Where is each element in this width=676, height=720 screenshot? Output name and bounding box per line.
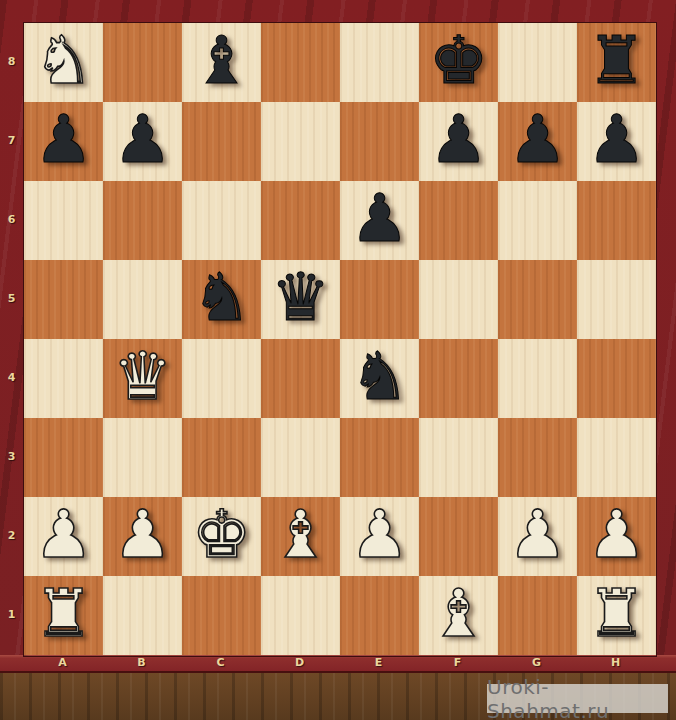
square-f3[interactable]	[419, 418, 498, 497]
square-d8[interactable]	[261, 23, 340, 102]
square-a7[interactable]: ♟	[24, 102, 103, 181]
square-b6[interactable]	[103, 181, 182, 260]
square-g7[interactable]: ♟	[498, 102, 577, 181]
black-pawn[interactable]: ♟	[103, 102, 182, 181]
square-g3[interactable]	[498, 418, 577, 497]
square-f7[interactable]: ♟	[419, 102, 498, 181]
rank-label-8: 8	[0, 22, 23, 101]
square-c8[interactable]: ♝	[182, 23, 261, 102]
square-a3[interactable]	[24, 418, 103, 497]
square-a4[interactable]	[24, 339, 103, 418]
file-label-g: G	[497, 655, 576, 671]
square-f4[interactable]	[419, 339, 498, 418]
black-pawn[interactable]: ♟	[498, 102, 577, 181]
square-d6[interactable]	[261, 181, 340, 260]
square-g2[interactable]: ♟	[498, 497, 577, 576]
rank-label-5: 5	[0, 259, 23, 338]
square-h7[interactable]: ♟	[577, 102, 656, 181]
square-e8[interactable]	[340, 23, 419, 102]
square-c1[interactable]	[182, 576, 261, 655]
black-pawn[interactable]: ♟	[340, 181, 419, 260]
square-d4[interactable]	[261, 339, 340, 418]
square-b4[interactable]: ♛	[103, 339, 182, 418]
square-h8[interactable]: ♜	[577, 23, 656, 102]
square-c3[interactable]	[182, 418, 261, 497]
square-a6[interactable]	[24, 181, 103, 260]
square-h5[interactable]	[577, 260, 656, 339]
file-labels-strip: ABCDEFGH	[0, 655, 676, 673]
square-g8[interactable]	[498, 23, 577, 102]
square-e2[interactable]: ♟	[340, 497, 419, 576]
square-f6[interactable]	[419, 181, 498, 260]
white-pawn[interactable]: ♟	[103, 497, 182, 576]
black-pawn[interactable]: ♟	[577, 102, 656, 181]
file-label-h: H	[576, 655, 655, 671]
white-bishop[interactable]: ♝	[419, 576, 498, 655]
white-pawn[interactable]: ♟	[577, 497, 656, 576]
square-c2[interactable]: ♚	[182, 497, 261, 576]
square-b2[interactable]: ♟	[103, 497, 182, 576]
black-bishop[interactable]: ♝	[182, 23, 261, 102]
square-b3[interactable]	[103, 418, 182, 497]
square-d1[interactable]	[261, 576, 340, 655]
black-king[interactable]: ♚	[419, 23, 498, 102]
square-c7[interactable]	[182, 102, 261, 181]
square-b1[interactable]	[103, 576, 182, 655]
square-g5[interactable]	[498, 260, 577, 339]
black-pawn[interactable]: ♟	[24, 102, 103, 181]
file-label-f: F	[418, 655, 497, 671]
rank-label-2: 2	[0, 496, 23, 575]
white-king[interactable]: ♚	[182, 497, 261, 576]
file-label-d: D	[260, 655, 339, 671]
black-pawn[interactable]: ♟	[419, 102, 498, 181]
white-bishop[interactable]: ♝	[261, 497, 340, 576]
square-e6[interactable]: ♟	[340, 181, 419, 260]
chess-scene: ABCDEFGH ♞♝♚♜♟♟♟♟♟♟♞♛♛♞♟♟♚♝♟♟♟♜♝♜ Uroki-…	[0, 0, 676, 720]
square-f1[interactable]: ♝	[419, 576, 498, 655]
square-a5[interactable]	[24, 260, 103, 339]
square-h4[interactable]	[577, 339, 656, 418]
square-b5[interactable]	[103, 260, 182, 339]
square-e1[interactable]	[340, 576, 419, 655]
square-d5[interactable]: ♛	[261, 260, 340, 339]
white-knight[interactable]: ♞	[24, 23, 103, 102]
file-label-a: A	[23, 655, 102, 671]
square-h2[interactable]: ♟	[577, 497, 656, 576]
square-c5[interactable]: ♞	[182, 260, 261, 339]
square-g4[interactable]	[498, 339, 577, 418]
black-knight[interactable]: ♞	[182, 260, 261, 339]
square-d3[interactable]	[261, 418, 340, 497]
white-pawn[interactable]: ♟	[340, 497, 419, 576]
file-label-b: B	[102, 655, 181, 671]
square-e3[interactable]	[340, 418, 419, 497]
square-h1[interactable]: ♜	[577, 576, 656, 655]
rank-label-7: 7	[0, 101, 23, 180]
square-g1[interactable]	[498, 576, 577, 655]
square-g6[interactable]	[498, 181, 577, 260]
rank-label-6: 6	[0, 180, 23, 259]
board: ♞♝♚♜♟♟♟♟♟♟♞♛♛♞♟♟♚♝♟♟♟♜♝♜	[23, 22, 657, 657]
rank-label-4: 4	[0, 338, 23, 417]
square-b8[interactable]	[103, 23, 182, 102]
square-c6[interactable]	[182, 181, 261, 260]
black-knight[interactable]: ♞	[340, 339, 419, 418]
square-d7[interactable]	[261, 102, 340, 181]
white-rook[interactable]: ♜	[24, 576, 103, 655]
file-label-c: C	[181, 655, 260, 671]
white-rook[interactable]: ♜	[577, 576, 656, 655]
square-e7[interactable]	[340, 102, 419, 181]
black-queen[interactable]: ♛	[261, 260, 340, 339]
square-d2[interactable]: ♝	[261, 497, 340, 576]
rank-label-1: 1	[0, 575, 23, 654]
square-e4[interactable]: ♞	[340, 339, 419, 418]
square-b7[interactable]: ♟	[103, 102, 182, 181]
rank-label-3: 3	[0, 417, 23, 496]
white-pawn[interactable]: ♟	[498, 497, 577, 576]
square-f8[interactable]: ♚	[419, 23, 498, 102]
square-h3[interactable]	[577, 418, 656, 497]
square-a1[interactable]: ♜	[24, 576, 103, 655]
square-e5[interactable]	[340, 260, 419, 339]
square-f5[interactable]	[419, 260, 498, 339]
square-h6[interactable]	[577, 181, 656, 260]
watermark: Uroki-Shahmat.ru	[487, 684, 668, 713]
file-label-e: E	[339, 655, 418, 671]
watermark-text: Uroki-Shahmat.ru	[487, 675, 668, 720]
square-f2[interactable]	[419, 497, 498, 576]
black-rook[interactable]: ♜	[577, 23, 656, 102]
square-a2[interactable]: ♟	[24, 497, 103, 576]
square-a8[interactable]: ♞	[24, 23, 103, 102]
white-queen[interactable]: ♛	[103, 339, 182, 418]
white-pawn[interactable]: ♟	[24, 497, 103, 576]
square-c4[interactable]	[182, 339, 261, 418]
